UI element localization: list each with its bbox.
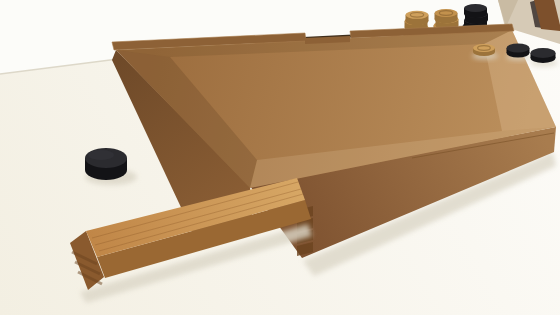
scene-illustration [0, 0, 560, 315]
checker-piece-dark[interactable] [464, 4, 487, 18]
dark-flat-disc-1[interactable] [507, 44, 530, 58]
dark-flat-disc-2[interactable] [531, 48, 556, 63]
light-flat-disc[interactable] [473, 44, 495, 56]
checker-piece-light[interactable] [406, 11, 429, 25]
checkers-box-photo [0, 0, 560, 315]
checker-piece-light[interactable] [435, 9, 458, 23]
dark-single-left-disc[interactable] [85, 148, 127, 180]
